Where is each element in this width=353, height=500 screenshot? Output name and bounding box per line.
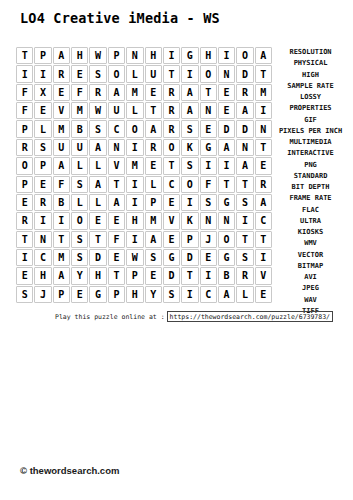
word-list-item: FLAC <box>268 205 353 216</box>
word-list-item: GIF <box>268 115 353 126</box>
grid-cell: R <box>16 139 33 156</box>
word-list-item: KIOSKS <box>268 227 353 238</box>
grid-cell: O <box>71 212 88 229</box>
grid-cell: E <box>89 212 106 229</box>
grid-cell: S <box>163 286 180 303</box>
grid-cell: H <box>71 47 88 64</box>
grid-cell: T <box>181 267 198 284</box>
grid-cell: E <box>200 249 217 266</box>
grid-cell: N <box>126 47 143 64</box>
grid-cell: U <box>53 139 70 156</box>
grid-cell: K <box>181 212 198 229</box>
grid-cell: S <box>181 120 198 137</box>
grid-cell: M <box>145 212 162 229</box>
grid-cell: T <box>218 176 235 193</box>
grid-cell: X <box>34 84 51 101</box>
grid-cell: E <box>71 65 88 82</box>
word-list-item: STANDARD <box>268 171 353 182</box>
grid-cell: T <box>89 231 106 248</box>
grid-cell: M <box>126 84 143 101</box>
grid-cell: I <box>200 157 217 174</box>
grid-cell: F <box>16 102 33 119</box>
grid-cell: P <box>16 176 33 193</box>
grid-cell: G <box>163 249 180 266</box>
grid-cell: S <box>145 249 162 266</box>
grid-cell: A <box>108 84 125 101</box>
grid-cell: P <box>108 286 125 303</box>
grid-cell: I <box>236 212 253 229</box>
grid-cell: F <box>108 231 125 248</box>
grid-cell: S <box>89 65 106 82</box>
grid-cell: F <box>200 176 217 193</box>
grid-cell: N <box>34 231 51 248</box>
word-list-item: PHYSICAL <box>268 58 353 69</box>
grid-cell: E <box>218 84 235 101</box>
grid-cell: A <box>218 139 235 156</box>
grid-cell: E <box>16 194 33 211</box>
grid-cell: U <box>145 65 162 82</box>
grid-cell: S <box>16 286 33 303</box>
grid-cell: W <box>89 102 106 119</box>
grid-cell: I <box>181 65 198 82</box>
grid-cell: I <box>200 267 217 284</box>
grid-cell: D <box>181 249 198 266</box>
grid-cell: T <box>236 231 253 248</box>
grid-cell: S <box>71 249 88 266</box>
grid-cell: D <box>236 120 253 137</box>
grid-cell: P <box>34 47 51 64</box>
footer-note: Play this puzzle online at : https://the… <box>55 311 333 322</box>
grid-cell: L <box>71 157 88 174</box>
word-list-item: AVI <box>268 272 353 283</box>
grid-cell: E <box>145 267 162 284</box>
grid-cell: A <box>53 157 70 174</box>
grid-cell: U <box>108 102 125 119</box>
grid-cell: B <box>71 120 88 137</box>
grid-cell: O <box>126 120 143 137</box>
grid-cell: I <box>181 194 198 211</box>
grid-cell: O <box>200 65 217 82</box>
grid-cell: D <box>89 249 106 266</box>
grid-cell: E <box>108 249 125 266</box>
grid-cell: I <box>126 176 143 193</box>
word-list-item: FRAME RATE <box>268 193 353 204</box>
grid-cell: P <box>126 267 143 284</box>
grid-cell: L <box>236 286 253 303</box>
grid-cell: I <box>218 157 235 174</box>
grid-cell: O <box>163 139 180 156</box>
grid-cell: S <box>71 231 88 248</box>
word-list-item: PIXELS PER INCH <box>268 126 353 137</box>
word-list-item: PNG <box>268 160 353 171</box>
grid-cell: G <box>218 249 235 266</box>
grid-cell: M <box>71 102 88 119</box>
word-list-item: WMV <box>268 238 353 249</box>
grid-cell: A <box>53 267 70 284</box>
grid-cell: L <box>89 194 106 211</box>
grid-cell: E <box>218 102 235 119</box>
grid-cell: L <box>89 157 106 174</box>
grid-cell: I <box>53 212 70 229</box>
grid-cell: S <box>71 176 88 193</box>
grid-cell: T <box>16 231 33 248</box>
grid-cell: W <box>89 47 106 64</box>
grid-cell: F <box>53 176 70 193</box>
grid-cell: I <box>163 47 180 64</box>
grid-cell: O <box>218 231 235 248</box>
grid-cell: E <box>16 267 33 284</box>
grid-cell: I <box>34 212 51 229</box>
grid-cell: L <box>34 120 51 137</box>
grid-cell: H <box>200 47 217 64</box>
grid-cell: N <box>236 139 253 156</box>
grid-cell: A <box>145 231 162 248</box>
grid-cell: O <box>108 65 125 82</box>
grid-cell: R <box>145 139 162 156</box>
grid-cell: P <box>108 47 125 64</box>
grid-cell: A <box>236 102 253 119</box>
grid-cell: E <box>53 84 70 101</box>
grid-cell: E <box>71 286 88 303</box>
grid-cell: G <box>200 139 217 156</box>
grid-cell: E <box>145 157 162 174</box>
word-list-item: MULTIMEDIA <box>268 137 353 148</box>
grid-cell: C <box>34 249 51 266</box>
grid-cell: R <box>34 194 51 211</box>
grid-cell: A <box>53 47 70 64</box>
word-list-item: RESOLUTION <box>268 47 353 58</box>
grid-cell: R <box>236 267 253 284</box>
grid-cell: C <box>163 176 180 193</box>
grid-cell: N <box>200 102 217 119</box>
grid-cell: I <box>126 194 143 211</box>
grid-cell: A <box>89 176 106 193</box>
word-list: RESOLUTIONPHYSICALHIGHSAMPLE RATELOSSYPR… <box>268 47 353 317</box>
word-list-item: LOSSY <box>268 92 353 103</box>
grid-cell: O <box>236 47 253 64</box>
grid-cell: D <box>236 65 253 82</box>
grid-cell: R <box>53 65 70 82</box>
grid-cell: P <box>16 120 33 137</box>
grid-cell: M <box>53 249 70 266</box>
grid-cell: E <box>34 102 51 119</box>
grid-cell: Y <box>71 267 88 284</box>
word-list-item: PROPERTIES <box>268 103 353 114</box>
grid-cell: O <box>16 157 33 174</box>
grid-cell: T <box>108 176 125 193</box>
grid-cell: N <box>218 65 235 82</box>
grid-cell: V <box>53 102 70 119</box>
grid-cell: T <box>145 102 162 119</box>
grid-cell: N <box>108 139 125 156</box>
word-list-item: VECTOR <box>268 250 353 261</box>
worksheet-page: LO4 Creative iMedia - WS TPAHWPNHIGHIOAI… <box>0 0 353 500</box>
puzzle-url-link[interactable]: https://thewordsearch.com/puzzle/6739783… <box>167 311 333 322</box>
grid-cell: T <box>200 84 217 101</box>
grid-cell: S <box>34 139 51 156</box>
grid-cell: T <box>108 267 125 284</box>
word-list-item: INTERACTIVE <box>268 148 353 159</box>
grid-cell: P <box>53 286 70 303</box>
grid-cell: B <box>218 267 235 284</box>
grid-cell: C <box>200 286 217 303</box>
word-list-item: WAV <box>268 295 353 306</box>
grid-cell: E <box>145 84 162 101</box>
grid-cell: W <box>126 249 143 266</box>
grid-cell: T <box>16 47 33 64</box>
grid-cell: G <box>218 194 235 211</box>
grid-cell: N <box>200 212 217 229</box>
grid-cell: S <box>181 157 198 174</box>
puzzle-title: LO4 Creative iMedia - WS <box>20 10 220 26</box>
grid-cell: U <box>71 139 88 156</box>
grid-cell: V <box>108 157 125 174</box>
grid-cell: D <box>218 120 235 137</box>
grid-cell: S <box>236 194 253 211</box>
grid-cell: I <box>16 65 33 82</box>
grid-cell: L <box>145 176 162 193</box>
grid-cell: P <box>145 194 162 211</box>
grid-cell: H <box>145 47 162 64</box>
grid-cell: M <box>53 120 70 137</box>
grid-cell: O <box>181 176 198 193</box>
grid-cell: H <box>34 267 51 284</box>
grid-cell: C <box>108 120 125 137</box>
grid-cell: G <box>89 286 106 303</box>
grid-cell: A <box>181 84 198 101</box>
grid-cell: P <box>34 157 51 174</box>
word-list-item: ULTRA <box>268 216 353 227</box>
grid-cell: I <box>126 139 143 156</box>
grid-cell: F <box>16 84 33 101</box>
grid-cell: L <box>126 102 143 119</box>
footer-label: Play this puzzle online at : <box>55 313 165 321</box>
grid-cell: I <box>126 231 143 248</box>
grid-cell: S <box>236 249 253 266</box>
grid-cell: B <box>53 194 70 211</box>
word-list-item: SAMPLE RATE <box>268 81 353 92</box>
word-list-item: BITMAP <box>268 261 353 272</box>
grid-cell: A <box>145 120 162 137</box>
grid-cell: K <box>181 139 198 156</box>
grid-cell: R <box>89 84 106 101</box>
grid-cell: E <box>34 176 51 193</box>
grid-cell: R <box>236 84 253 101</box>
word-list-item: BIT DEPTH <box>268 182 353 193</box>
grid-cell: A <box>218 286 235 303</box>
word-list-item: HIGH <box>268 70 353 81</box>
grid-cell: I <box>34 65 51 82</box>
word-search-grid: TPAHWPNHIGHIOAIIRESOLUTIONDTFXEFRAMERATE… <box>16 47 272 303</box>
grid-cell: D <box>163 267 180 284</box>
grid-cell: A <box>108 194 125 211</box>
grid-cell: I <box>181 286 198 303</box>
grid-cell: E <box>108 212 125 229</box>
grid-cell: Y <box>145 286 162 303</box>
grid-cell: J <box>34 286 51 303</box>
grid-cell: R <box>163 120 180 137</box>
grid-cell: S <box>200 194 217 211</box>
grid-cell: V <box>163 212 180 229</box>
grid-cell: S <box>89 120 106 137</box>
grid-cell: A <box>236 157 253 174</box>
word-list-item: JPEG <box>268 283 353 294</box>
grid-cell: I <box>16 249 33 266</box>
grid-cell: E <box>200 120 217 137</box>
grid-cell: M <box>126 157 143 174</box>
grid-cell: T <box>163 157 180 174</box>
grid-cell: T <box>53 231 70 248</box>
grid-cell: L <box>126 65 143 82</box>
grid-cell: R <box>16 212 33 229</box>
grid-cell: G <box>181 47 198 64</box>
copyright: © thewordsearch.com <box>20 465 119 476</box>
grid-cell: R <box>163 84 180 101</box>
grid-cell: N <box>218 212 235 229</box>
grid-cell: R <box>163 102 180 119</box>
grid-cell: H <box>126 212 143 229</box>
grid-cell: F <box>71 84 88 101</box>
grid-cell: H <box>126 286 143 303</box>
grid-cell: L <box>71 194 88 211</box>
grid-cell: P <box>181 231 198 248</box>
grid-cell: E <box>163 231 180 248</box>
grid-cell: A <box>89 139 106 156</box>
grid-cell: T <box>163 65 180 82</box>
grid-cell: E <box>163 194 180 211</box>
grid-cell: A <box>181 102 198 119</box>
grid-cell: T <box>236 176 253 193</box>
grid-cell: H <box>89 267 106 284</box>
grid-cell: I <box>218 47 235 64</box>
grid-cell: J <box>200 231 217 248</box>
